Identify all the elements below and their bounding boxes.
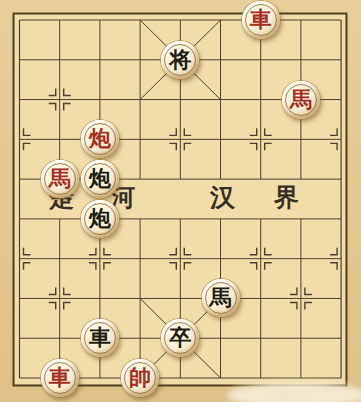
piece-character: 将 bbox=[169, 48, 191, 70]
piece-black-cannon[interactable]: 炮 bbox=[81, 160, 119, 198]
piece-character: 帥 bbox=[129, 366, 151, 388]
piece-character: 車 bbox=[89, 326, 111, 348]
piece-black-chariot[interactable]: 車 bbox=[81, 319, 119, 357]
piece-character: 馬 bbox=[49, 167, 71, 189]
piece-black-horse[interactable]: 馬 bbox=[202, 279, 240, 317]
piece-red-chariot[interactable]: 車 bbox=[41, 359, 79, 397]
piece-red-horse[interactable]: 馬 bbox=[282, 81, 320, 119]
piece-character: 卒 bbox=[169, 326, 191, 348]
piece-character: 炮 bbox=[89, 127, 111, 149]
piece-red-horse[interactable]: 馬 bbox=[41, 160, 79, 198]
xiangqi-board[interactable]: 楚河 汉界 車将馬炮馬炮炮馬車卒車帥 bbox=[0, 0, 361, 402]
piece-character: 馬 bbox=[290, 88, 312, 110]
piece-character: 炮 bbox=[89, 207, 111, 229]
piece-character: 馬 bbox=[210, 286, 232, 308]
piece-red-general[interactable]: 帥 bbox=[121, 359, 159, 397]
piece-character: 車 bbox=[49, 366, 71, 388]
piece-red-chariot[interactable]: 車 bbox=[242, 1, 280, 39]
river-text-han-jie: 汉界 bbox=[210, 184, 338, 214]
piece-black-general[interactable]: 将 bbox=[161, 41, 199, 79]
piece-black-cannon[interactable]: 炮 bbox=[81, 200, 119, 238]
piece-red-cannon[interactable]: 炮 bbox=[81, 120, 119, 158]
piece-character: 炮 bbox=[89, 167, 111, 189]
background-artifact bbox=[266, 390, 306, 402]
piece-character: 車 bbox=[250, 8, 272, 30]
